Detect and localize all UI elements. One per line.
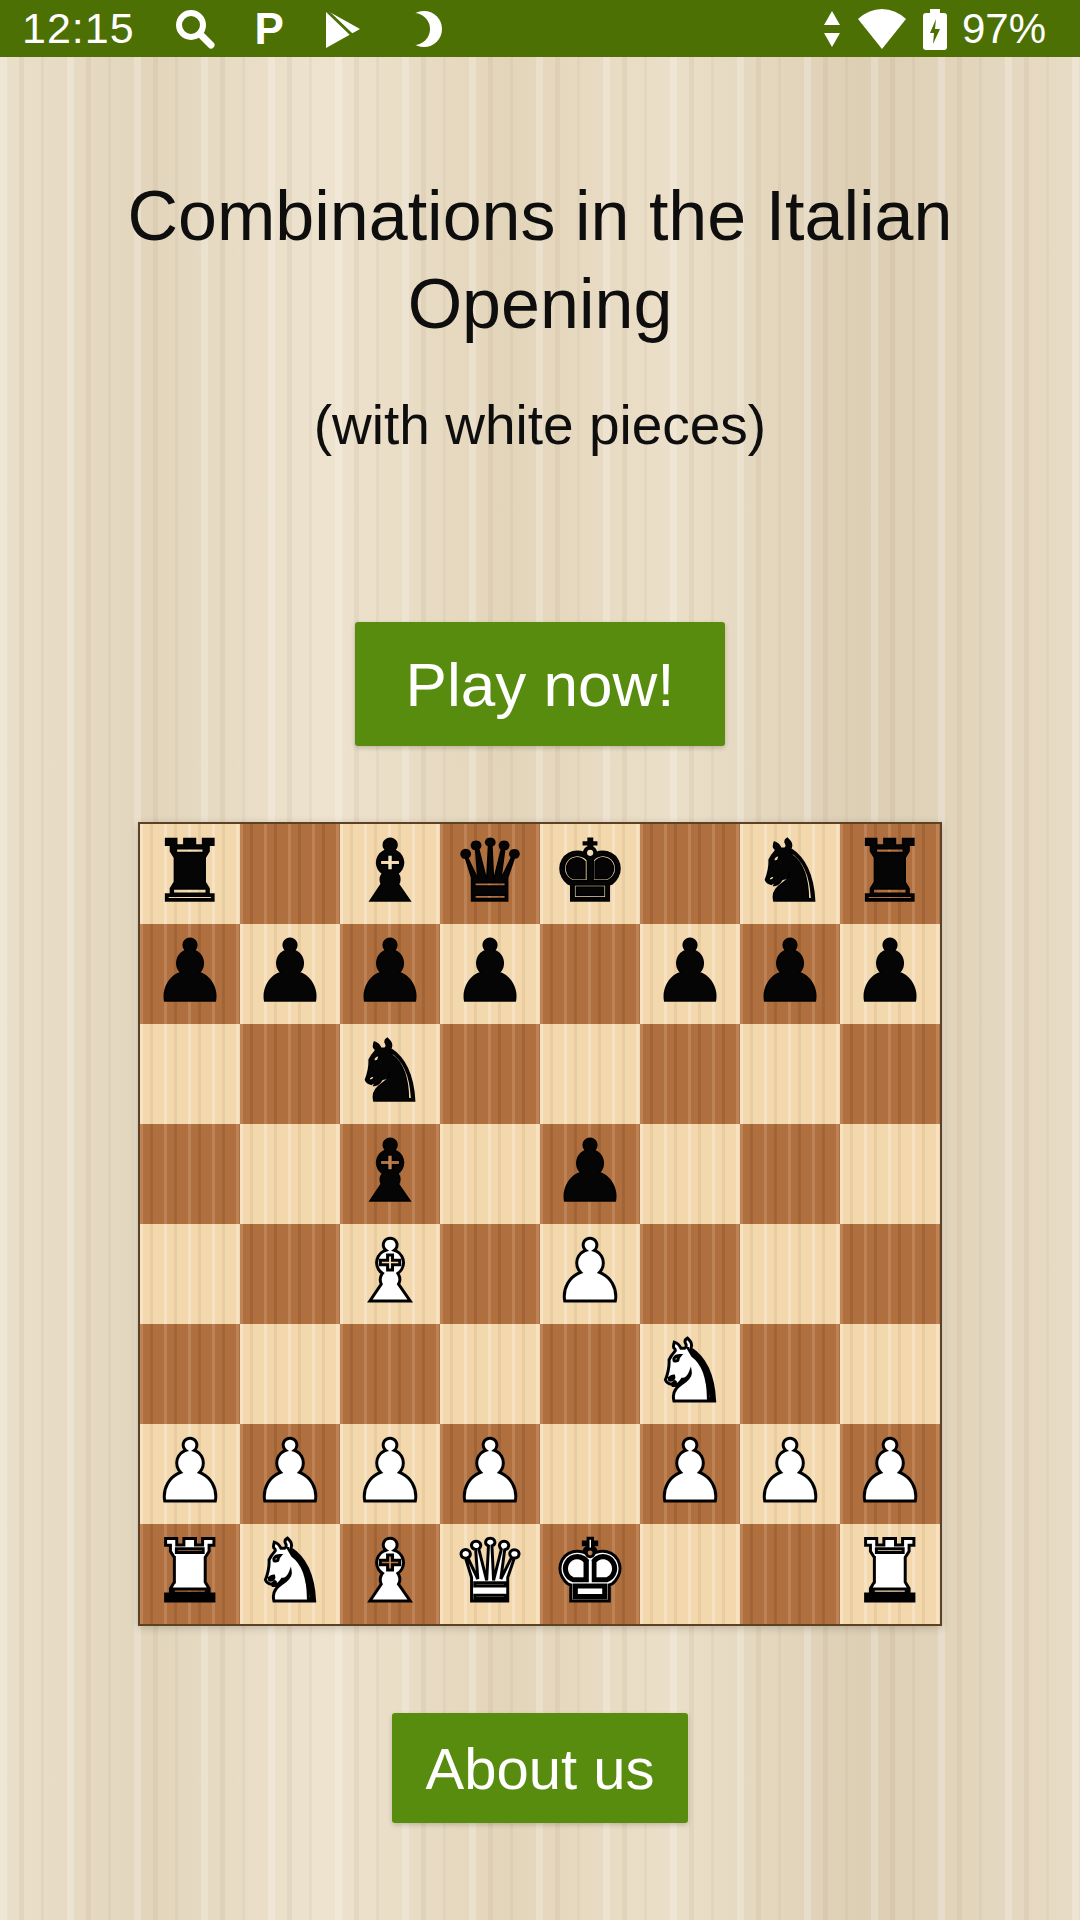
black-pawn[interactable]: ♟: [751, 921, 828, 1021]
white-bishop[interactable]: ♝: [351, 1221, 428, 1321]
clock: 12:15: [22, 4, 135, 53]
square-c5[interactable]: ♝: [340, 1124, 440, 1224]
square-f2[interactable]: ♟: [640, 1424, 740, 1524]
square-g8[interactable]: ♞: [740, 824, 840, 924]
square-c3[interactable]: [340, 1324, 440, 1424]
square-d4[interactable]: [440, 1224, 540, 1324]
square-e3[interactable]: [540, 1324, 640, 1424]
square-g3[interactable]: [740, 1324, 840, 1424]
status-bar-right: 97%: [822, 5, 1046, 53]
square-f3[interactable]: ♞: [640, 1324, 740, 1424]
square-f7[interactable]: ♟: [640, 924, 740, 1024]
square-b6[interactable]: [240, 1024, 340, 1124]
battery-percent-label: 97%: [962, 5, 1046, 53]
white-pawn[interactable]: ♟: [351, 1421, 428, 1521]
black-pawn[interactable]: ♟: [651, 921, 728, 1021]
square-c8[interactable]: ♝: [340, 824, 440, 924]
square-g2[interactable]: ♟: [740, 1424, 840, 1524]
square-g1[interactable]: [740, 1524, 840, 1624]
black-king[interactable]: ♚: [551, 821, 628, 921]
black-pawn[interactable]: ♟: [351, 921, 428, 1021]
black-pawn[interactable]: ♟: [851, 921, 928, 1021]
white-queen[interactable]: ♛: [451, 1521, 528, 1621]
white-rook[interactable]: ♜: [151, 1521, 228, 1621]
square-g6[interactable]: [740, 1024, 840, 1124]
square-a7[interactable]: ♟: [140, 924, 240, 1024]
square-b3[interactable]: [240, 1324, 340, 1424]
black-bishop[interactable]: ♝: [351, 1121, 428, 1221]
square-h7[interactable]: ♟: [840, 924, 940, 1024]
status-bar-left: 12:15 P: [22, 4, 446, 54]
square-h1[interactable]: ♜: [840, 1524, 940, 1624]
status-bar: 12:15 P 97%: [0, 0, 1080, 57]
square-d7[interactable]: ♟: [440, 924, 540, 1024]
battery-charging-icon: [922, 7, 948, 51]
black-pawn[interactable]: ♟: [551, 1121, 628, 1221]
play-store-icon: [322, 7, 364, 51]
square-c7[interactable]: ♟: [340, 924, 440, 1024]
square-d1[interactable]: ♛: [440, 1524, 540, 1624]
square-e5[interactable]: ♟: [540, 1124, 640, 1224]
white-pawn[interactable]: ♟: [651, 1421, 728, 1521]
p-notification-icon: P: [255, 4, 284, 54]
square-e7[interactable]: [540, 924, 640, 1024]
white-knight[interactable]: ♞: [251, 1521, 328, 1621]
network-arrows-icon: [822, 7, 842, 51]
square-e6[interactable]: [540, 1024, 640, 1124]
square-h3[interactable]: [840, 1324, 940, 1424]
square-a4[interactable]: [140, 1224, 240, 1324]
square-b5[interactable]: [240, 1124, 340, 1224]
square-e8[interactable]: ♚: [540, 824, 640, 924]
square-h8[interactable]: ♜: [840, 824, 940, 924]
moon-icon: [402, 7, 446, 51]
square-d6[interactable]: [440, 1024, 540, 1124]
wifi-icon: [856, 7, 908, 51]
square-c4[interactable]: ♝: [340, 1224, 440, 1324]
square-a3[interactable]: [140, 1324, 240, 1424]
square-a1[interactable]: ♜: [140, 1524, 240, 1624]
square-f5[interactable]: [640, 1124, 740, 1224]
white-king[interactable]: ♚: [551, 1521, 628, 1621]
square-c1[interactable]: ♝: [340, 1524, 440, 1624]
white-pawn[interactable]: ♟: [251, 1421, 328, 1521]
square-e4[interactable]: ♟: [540, 1224, 640, 1324]
black-rook[interactable]: ♜: [151, 821, 228, 921]
square-a8[interactable]: ♜: [140, 824, 240, 924]
square-g7[interactable]: ♟: [740, 924, 840, 1024]
square-h6[interactable]: [840, 1024, 940, 1124]
black-pawn[interactable]: ♟: [251, 921, 328, 1021]
square-f8[interactable]: [640, 824, 740, 924]
white-knight[interactable]: ♞: [651, 1321, 728, 1421]
white-bishop[interactable]: ♝: [351, 1521, 428, 1621]
play-now-button[interactable]: Play now!: [355, 622, 725, 746]
square-e2[interactable]: [540, 1424, 640, 1524]
chess-board[interactable]: ♜♝♛♚♞♜♟♟♟♟♟♟♟♞♝♟♝♟♞♟♟♟♟♟♟♟♜♞♝♛♚♜: [138, 822, 942, 1626]
about-us-button[interactable]: About us: [392, 1713, 688, 1823]
square-b1[interactable]: ♞: [240, 1524, 340, 1624]
search-icon: [173, 7, 217, 51]
square-h4[interactable]: [840, 1224, 940, 1324]
square-a5[interactable]: [140, 1124, 240, 1224]
square-f4[interactable]: [640, 1224, 740, 1324]
page-subtitle: (with white pieces): [0, 393, 1080, 457]
square-h2[interactable]: ♟: [840, 1424, 940, 1524]
square-b2[interactable]: ♟: [240, 1424, 340, 1524]
square-e1[interactable]: ♚: [540, 1524, 640, 1624]
square-h5[interactable]: [840, 1124, 940, 1224]
black-rook[interactable]: ♜: [851, 821, 928, 921]
square-d5[interactable]: [440, 1124, 540, 1224]
white-pawn[interactable]: ♟: [551, 1221, 628, 1321]
white-pawn[interactable]: ♟: [751, 1421, 828, 1521]
square-b7[interactable]: ♟: [240, 924, 340, 1024]
square-a2[interactable]: ♟: [140, 1424, 240, 1524]
white-rook[interactable]: ♜: [851, 1521, 928, 1621]
app-screen: { "game": "chess", "position": { "fen": …: [0, 0, 1080, 1920]
black-knight[interactable]: ♞: [751, 821, 828, 921]
white-pawn[interactable]: ♟: [851, 1421, 928, 1521]
black-pawn[interactable]: ♟: [451, 921, 528, 1021]
black-pawn[interactable]: ♟: [151, 921, 228, 1021]
black-queen[interactable]: ♛: [451, 821, 528, 921]
square-f1[interactable]: [640, 1524, 740, 1624]
black-knight[interactable]: ♞: [351, 1021, 428, 1121]
square-d8[interactable]: ♛: [440, 824, 540, 924]
square-c2[interactable]: ♟: [340, 1424, 440, 1524]
square-c6[interactable]: ♞: [340, 1024, 440, 1124]
square-g4[interactable]: [740, 1224, 840, 1324]
square-f6[interactable]: [640, 1024, 740, 1124]
page-title: Combinations in the Italian Opening: [0, 172, 1080, 348]
square-g5[interactable]: [740, 1124, 840, 1224]
white-pawn[interactable]: ♟: [151, 1421, 228, 1521]
square-a6[interactable]: [140, 1024, 240, 1124]
black-bishop[interactable]: ♝: [351, 821, 428, 921]
white-pawn[interactable]: ♟: [451, 1421, 528, 1521]
square-d3[interactable]: [440, 1324, 540, 1424]
square-b4[interactable]: [240, 1224, 340, 1324]
square-d2[interactable]: ♟: [440, 1424, 540, 1524]
square-b8[interactable]: [240, 824, 340, 924]
